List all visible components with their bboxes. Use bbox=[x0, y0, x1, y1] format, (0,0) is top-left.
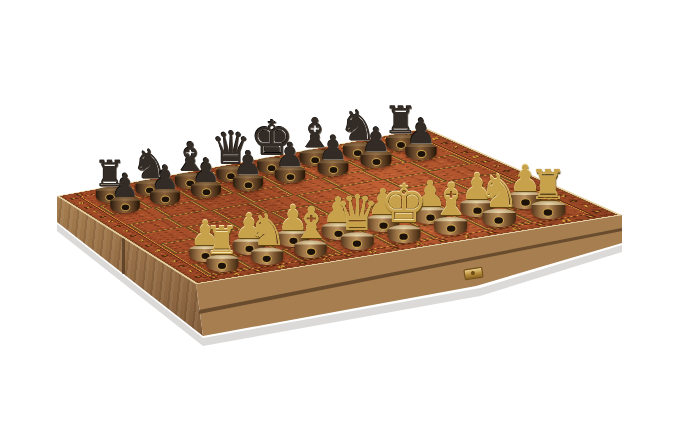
white-rook-a1[interactable]: ♜ bbox=[205, 221, 240, 272]
piece-glyph: ♜ bbox=[205, 221, 240, 260]
piece-glyph: ♞ bbox=[247, 208, 287, 252]
pieces-layer: ♜♞♝♛♚♝♞♜♟♟♟♟♟♟♟♟♟♟♟♟♟♟♟♟♜♞♝♛♚♝♞♜ bbox=[0, 0, 680, 425]
white-bishop-c1[interactable]: ♝ bbox=[292, 202, 331, 258]
base-medallion-icon bbox=[495, 217, 504, 223]
white-bishop-f1[interactable]: ♝ bbox=[431, 177, 471, 235]
black-pawn-a7[interactable]: ♟ bbox=[110, 169, 139, 213]
white-queen-d1[interactable]: ♛ bbox=[335, 188, 379, 250]
black-pawn-b7[interactable]: ♟ bbox=[150, 161, 180, 205]
base-medallion-icon bbox=[521, 199, 530, 205]
white-knight-b1[interactable]: ♞ bbox=[247, 208, 287, 265]
base-medallion-icon bbox=[372, 159, 380, 165]
chess-set-photo: AA11BB22CC33DD44EE55FF66GG77HH88 ♜♞♝♛♚♝♞… bbox=[0, 0, 680, 425]
piece-glyph: ♛ bbox=[335, 188, 379, 237]
piece-glyph: ♟ bbox=[405, 114, 436, 148]
piece-glyph: ♝ bbox=[431, 177, 471, 222]
base-medallion-icon bbox=[397, 142, 405, 148]
base-medallion-icon bbox=[447, 225, 456, 231]
white-knight-g1[interactable]: ♞ bbox=[478, 168, 519, 227]
base-medallion-icon bbox=[121, 204, 129, 210]
black-pawn-d7[interactable]: ♟ bbox=[233, 146, 263, 191]
base-medallion-icon bbox=[262, 256, 270, 262]
piece-glyph: ♟ bbox=[361, 122, 391, 156]
base-medallion-icon bbox=[329, 167, 337, 173]
piece-glyph: ♟ bbox=[233, 146, 263, 179]
base-medallion-icon bbox=[286, 174, 294, 180]
piece-glyph: ♞ bbox=[478, 168, 519, 214]
piece-glyph: ♟ bbox=[275, 138, 305, 171]
piece-glyph: ♟ bbox=[318, 130, 348, 164]
base-medallion-icon bbox=[307, 248, 315, 254]
base-medallion-icon bbox=[544, 209, 553, 216]
piece-glyph: ♟ bbox=[191, 154, 220, 187]
base-medallion-icon bbox=[417, 151, 425, 157]
black-pawn-g7[interactable]: ♟ bbox=[361, 122, 392, 168]
base-medallion-icon bbox=[244, 182, 252, 188]
piece-glyph: ♟ bbox=[151, 161, 180, 194]
white-rook-h1[interactable]: ♜ bbox=[530, 165, 567, 219]
black-pawn-c7[interactable]: ♟ bbox=[191, 154, 221, 198]
black-pawn-f7[interactable]: ♟ bbox=[317, 130, 348, 175]
piece-glyph: ♚ bbox=[380, 177, 427, 230]
black-pawn-e7[interactable]: ♟ bbox=[275, 138, 305, 183]
piece-glyph: ♝ bbox=[292, 202, 331, 246]
piece-glyph: ♟ bbox=[111, 169, 140, 201]
white-king-e1[interactable]: ♚ bbox=[380, 177, 427, 242]
black-pawn-h7[interactable]: ♟ bbox=[405, 114, 436, 160]
piece-glyph: ♜ bbox=[530, 165, 567, 206]
